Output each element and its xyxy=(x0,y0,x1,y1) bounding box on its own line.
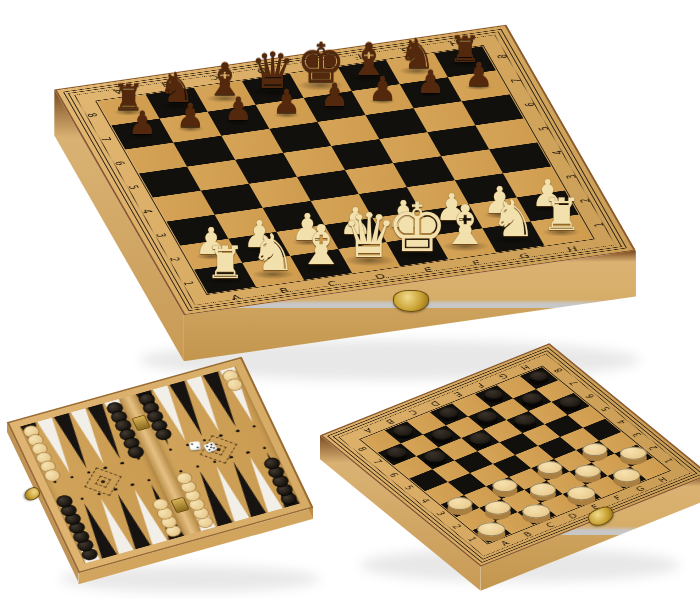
point-tip-dot xyxy=(212,460,216,463)
die-pip xyxy=(208,449,211,451)
point-tip-dot xyxy=(196,465,200,468)
rank-label: 7 xyxy=(97,136,114,142)
rank-label: 4 xyxy=(139,208,156,214)
point-tip-dot xyxy=(130,483,134,486)
file-label: F xyxy=(352,53,363,61)
die xyxy=(189,441,201,450)
point-tip-dot xyxy=(103,466,107,469)
rank-label: 6 xyxy=(583,393,596,400)
point-tip-dot xyxy=(97,493,101,496)
point-tip-dot xyxy=(120,462,124,465)
point-tip-dot xyxy=(202,439,206,442)
file-label: C xyxy=(325,279,338,287)
file-label: D xyxy=(566,512,579,520)
file-label: E xyxy=(422,265,434,273)
checkers-shadow xyxy=(360,548,680,582)
rank-label: 6 xyxy=(521,102,538,108)
checkers-squares xyxy=(362,367,668,543)
file-label: E xyxy=(304,60,316,68)
file-label: D xyxy=(429,399,442,407)
rank-label: 2 xyxy=(576,198,593,204)
file-label: G xyxy=(634,485,647,493)
file-label: A xyxy=(361,427,373,434)
rank-label: 5 xyxy=(599,406,612,413)
product-photo-scene: AABBCCDDEEFFGGHH8877665544332211 AABBCCD… xyxy=(0,0,700,599)
point-tip-dot xyxy=(263,446,267,449)
file-label: F xyxy=(470,258,481,266)
rank-label: 8 xyxy=(84,112,101,118)
file-label: A xyxy=(111,87,124,95)
die-pip xyxy=(191,443,193,445)
rank-label: 2 xyxy=(450,523,463,530)
rank-label: 8 xyxy=(552,367,565,374)
file-label: F xyxy=(474,382,485,389)
rank-label: 7 xyxy=(568,380,581,387)
die-pip xyxy=(210,443,213,445)
rank-label: 6 xyxy=(111,160,128,166)
file-label: G xyxy=(496,372,509,380)
point-tip-dot xyxy=(87,471,91,474)
rank-label: 5 xyxy=(402,485,415,492)
rank-label: 2 xyxy=(166,256,183,262)
die-pip xyxy=(213,447,216,449)
rank-label: 3 xyxy=(562,174,579,180)
point-tip-dot xyxy=(70,476,74,479)
backgammon-shadow xyxy=(60,566,320,592)
rank-label: 1 xyxy=(590,222,607,228)
point-tip-dot xyxy=(246,451,250,454)
file-label: H xyxy=(565,244,579,253)
rank-label: 3 xyxy=(434,511,447,518)
rank-label: 4 xyxy=(418,498,431,505)
rank-label: 4 xyxy=(548,150,565,156)
rank-label: 8 xyxy=(493,54,510,60)
point-tip-dot xyxy=(236,429,240,432)
file-label: C xyxy=(207,73,220,81)
point-tip-dot xyxy=(252,425,256,428)
file-label: A xyxy=(229,293,242,301)
file-label: B xyxy=(384,418,396,425)
file-label: G xyxy=(517,251,531,260)
file-label: D xyxy=(255,66,269,75)
rank-label: 1 xyxy=(662,457,675,464)
rank-label: 8 xyxy=(355,446,368,453)
rank-label: 6 xyxy=(387,472,400,479)
rank-label: 7 xyxy=(507,78,524,84)
file-label: D xyxy=(373,272,387,281)
point-tip-dot xyxy=(147,479,151,482)
file-label: C xyxy=(544,521,556,528)
file-label: B xyxy=(277,286,290,294)
file-label: F xyxy=(612,494,623,501)
point-tip-dot xyxy=(219,434,223,437)
brass-clasp xyxy=(393,290,429,312)
point-tip-dot xyxy=(169,448,173,451)
file-label: C xyxy=(406,408,418,415)
chess-board: AABBCCDDEEFFGGHH8877665544332211 xyxy=(54,25,635,316)
file-label: E xyxy=(452,390,463,397)
point-tip-dot xyxy=(80,497,84,500)
rank-label: 5 xyxy=(125,184,142,190)
file-label: B xyxy=(522,530,534,537)
rank-label: 4 xyxy=(615,419,628,426)
rank-label: 1 xyxy=(180,280,197,286)
file-label: G xyxy=(399,46,413,55)
backgammon-board xyxy=(7,357,314,574)
die-pip xyxy=(197,447,199,449)
rank-label: 5 xyxy=(535,126,552,132)
rank-label: 1 xyxy=(466,536,479,543)
file-label: H xyxy=(447,39,461,48)
file-label: A xyxy=(499,539,511,546)
rank-label: 3 xyxy=(631,432,644,439)
file-label: H xyxy=(519,363,531,371)
file-label: B xyxy=(160,80,173,88)
rank-label: 2 xyxy=(646,445,659,452)
rank-label: 3 xyxy=(153,232,170,238)
rank-label: 7 xyxy=(371,459,384,466)
file-label: H xyxy=(656,476,668,484)
